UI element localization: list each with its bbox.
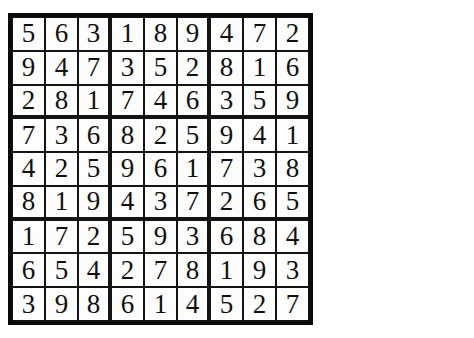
sudoku-cell: 2 — [177, 51, 210, 85]
sudoku-cell: 6 — [177, 85, 210, 119]
sudoku-cell: 3 — [12, 287, 45, 321]
sudoku-cell: 7 — [210, 152, 243, 186]
sudoku-cell: 9 — [243, 253, 276, 287]
sudoku-cell: 2 — [210, 186, 243, 220]
sudoku-cell: 7 — [111, 85, 144, 119]
sudoku-cell: 4 — [177, 287, 210, 321]
sudoku-cell: 8 — [177, 253, 210, 287]
sudoku-cell: 8 — [45, 85, 78, 119]
sudoku-cell: 1 — [78, 85, 111, 119]
sudoku-cell: 6 — [210, 220, 243, 254]
sudoku-cell: 2 — [12, 85, 45, 119]
sudoku-cell: 8 — [78, 287, 111, 321]
sudoku-cell: 4 — [243, 118, 276, 152]
sudoku-cell: 1 — [210, 253, 243, 287]
sudoku-cell: 5 — [210, 287, 243, 321]
sudoku-cell: 4 — [45, 51, 78, 85]
sudoku-cell: 8 — [144, 17, 177, 51]
sudoku-cell: 8 — [111, 118, 144, 152]
sudoku-cell: 2 — [111, 253, 144, 287]
sudoku-cell: 1 — [111, 17, 144, 51]
sudoku-cell: 9 — [276, 85, 309, 119]
sudoku-cell: 4 — [144, 85, 177, 119]
sudoku-cell: 9 — [45, 287, 78, 321]
sudoku-cell: 5 — [45, 253, 78, 287]
sudoku-cell: 2 — [144, 118, 177, 152]
sudoku-cell: 3 — [177, 220, 210, 254]
sudoku-cell: 5 — [12, 17, 45, 51]
sudoku-cell: 2 — [243, 287, 276, 321]
sudoku-cell: 2 — [78, 220, 111, 254]
sudoku-cell: 3 — [210, 85, 243, 119]
sudoku-cell: 1 — [177, 152, 210, 186]
sudoku-cell: 8 — [243, 220, 276, 254]
sudoku-cell: 2 — [276, 17, 309, 51]
sudoku-cell: 2 — [45, 152, 78, 186]
sudoku-cell: 7 — [144, 253, 177, 287]
sudoku-cell: 3 — [45, 118, 78, 152]
sudoku-cell: 3 — [243, 152, 276, 186]
sudoku-cell: 9 — [78, 186, 111, 220]
sudoku-cell: 5 — [78, 152, 111, 186]
sudoku-board: 5631894729473528162817463597368259414259… — [8, 13, 313, 325]
sudoku-cell: 3 — [78, 17, 111, 51]
sudoku-cell: 9 — [210, 118, 243, 152]
sudoku-cell: 4 — [12, 152, 45, 186]
sudoku-cell: 8 — [276, 152, 309, 186]
sudoku-cell: 5 — [111, 220, 144, 254]
sudoku-cell: 5 — [276, 186, 309, 220]
sudoku-cell: 8 — [210, 51, 243, 85]
sudoku-cell: 3 — [111, 51, 144, 85]
sudoku-cell: 9 — [12, 51, 45, 85]
sudoku-cell: 5 — [144, 51, 177, 85]
sudoku-cell: 5 — [243, 85, 276, 119]
sudoku-cell: 7 — [12, 118, 45, 152]
sudoku-cell: 6 — [12, 253, 45, 287]
sudoku-cell: 1 — [12, 220, 45, 254]
sudoku-cell: 6 — [78, 118, 111, 152]
sudoku-cell: 9 — [111, 152, 144, 186]
sudoku-cell: 3 — [276, 253, 309, 287]
sudoku-cell: 6 — [276, 51, 309, 85]
sudoku-cell: 7 — [276, 287, 309, 321]
sudoku-cell: 4 — [210, 17, 243, 51]
sudoku-cell: 1 — [144, 287, 177, 321]
sudoku-cell: 6 — [144, 152, 177, 186]
sudoku-cell: 8 — [12, 186, 45, 220]
sudoku-cell: 3 — [144, 186, 177, 220]
sudoku-cell: 7 — [177, 186, 210, 220]
sudoku-cell: 6 — [243, 186, 276, 220]
sudoku-cell: 7 — [243, 17, 276, 51]
sudoku-cell: 7 — [45, 220, 78, 254]
sudoku-cell: 6 — [111, 287, 144, 321]
sudoku-cell: 1 — [45, 186, 78, 220]
sudoku-cell: 4 — [78, 253, 111, 287]
sudoku-cell: 5 — [177, 118, 210, 152]
sudoku-cell: 1 — [276, 118, 309, 152]
sudoku-cell: 9 — [144, 220, 177, 254]
sudoku-cell: 4 — [111, 186, 144, 220]
sudoku-cell: 7 — [78, 51, 111, 85]
sudoku-cell: 6 — [45, 17, 78, 51]
sudoku-cell: 9 — [177, 17, 210, 51]
sudoku-cell: 1 — [243, 51, 276, 85]
sudoku-cell: 4 — [276, 220, 309, 254]
